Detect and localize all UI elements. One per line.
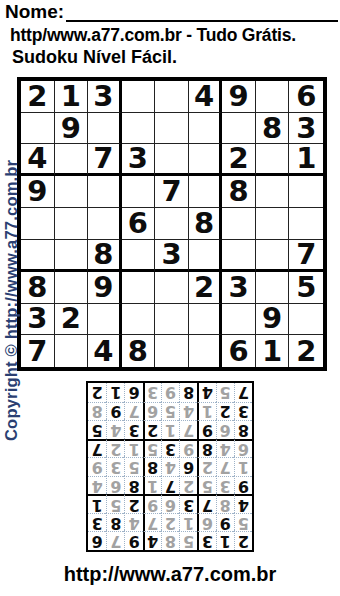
main-grid-cell: 3 [122,144,156,176]
main-grid-cell[interactable] [55,208,89,240]
main-grid-cell[interactable] [189,176,223,208]
solution-grid-cell: 8 [143,457,161,476]
solution-grid-cell: 6 [124,383,142,402]
main-grid-cell[interactable] [155,208,189,240]
main-grid-cell[interactable] [88,176,122,208]
solution-grid-cell: 3 [197,531,215,550]
solution-grid-cell: 2 [124,494,142,513]
main-grid-cell: 2 [289,335,323,367]
solution-grid-cell: 1 [143,476,161,495]
main-grid-cell[interactable] [122,304,156,336]
solution-grid-cell: 4 [143,531,161,550]
main-grid-cell: 5 [289,272,323,304]
main-grid-cell: 8 [21,272,55,304]
main-grid-cell: 8 [256,113,290,145]
main-grid-cell[interactable] [155,335,189,367]
solution-grid-cell: 6 [216,420,234,439]
solution-grid-cell: 3 [234,402,252,421]
solution-grid-cell: 2 [106,439,124,458]
main-grid-cell: 4 [21,144,55,176]
main-grid-cell[interactable] [155,81,189,113]
solution-grid-cell: 2 [143,420,161,439]
solution-grid-cell: 6 [197,513,215,532]
name-fill-line[interactable] [66,1,338,22]
solution-grid-cell: 7 [197,494,215,513]
solution-grid-cell: 3 [179,494,197,513]
solution-grid-cell: 8 [106,513,124,532]
main-grid-cell: 2 [55,304,89,336]
solution-grid-cell: 3 [106,457,124,476]
main-grid-cell[interactable] [55,144,89,176]
main-grid-cell[interactable] [21,208,55,240]
main-grid-cell[interactable] [256,81,290,113]
solution-grid-cell: 1 [124,439,142,458]
solution-grid-cell: 9 [88,457,106,476]
solution-grid-cell: 6 [179,457,197,476]
solution-grid-cell: 2 [197,457,215,476]
main-grid-cell[interactable] [222,208,256,240]
solution-grid-cell: 8 [216,494,234,513]
main-grid-cell: 7 [21,335,55,367]
solution-grid-cell: 8 [234,420,252,439]
main-grid-cell: 4 [88,335,122,367]
solution-grid-cell: 3 [143,383,161,402]
solution-grid-cell: 6 [106,476,124,495]
puzzle-title: Sudoku Nível Fácil. [12,47,177,68]
site-tagline: http/www.a77.com.br - Tudo Grátis. [10,25,296,46]
solution-grid-cell: 8 [197,439,215,458]
solution-grid-cell: 1 [216,531,234,550]
main-grid-cell[interactable] [21,113,55,145]
main-grid-cell[interactable] [55,335,89,367]
solution-grid-cell: 2 [179,476,197,495]
main-grid-cell[interactable] [122,81,156,113]
main-grid-cell: 9 [21,176,55,208]
main-grid-cell: 3 [155,240,189,272]
solution-grid-cell: 2 [88,383,106,402]
main-grid-cell: 3 [222,272,256,304]
solution-grid-cell: 6 [161,494,179,513]
main-grid-cell[interactable] [155,304,189,336]
solution-grid-cell: 4 [88,476,106,495]
main-grid-cell: 1 [55,81,89,113]
solution-grid-cell: 9 [234,476,252,495]
solution-grid-cell: 7 [143,513,161,532]
solution-grid-cell: 9 [216,513,234,532]
main-grid-cell: 6 [122,208,156,240]
main-grid-cell[interactable] [88,113,122,145]
main-grid-cell: 6 [289,81,323,113]
solution-grid-cell: 5 [143,439,161,458]
solution-grid-cell: 7 [234,383,252,402]
solution-grid-cell: 9 [197,420,215,439]
main-grid-cell: 2 [189,272,223,304]
main-grid-cell[interactable] [256,240,290,272]
main-grid-cell[interactable] [256,208,290,240]
main-grid-cell: 3 [88,81,122,113]
main-grid-cell[interactable] [21,240,55,272]
main-grid-cell[interactable] [55,176,89,208]
main-grid-cell: 8 [122,335,156,367]
main-grid-cell: 1 [256,335,290,367]
solution-grid-cell: 9 [106,402,124,421]
solution-grid-cell: 4 [161,457,179,476]
main-grid-cell[interactable] [55,272,89,304]
solution-grid-cell: 7 [124,402,142,421]
solution-grid-cell: 5 [179,531,197,550]
solution-grid-upside-down: 2135849765961274834873692519352718641726… [86,381,254,552]
printable-sudoku-page: Nome: http/www.a77.com.br - Tudo Grátis.… [0,0,340,596]
main-sudoku-grid: 213496983473219786883789235329748612 [17,77,327,371]
main-grid-cell: 9 [88,272,122,304]
solution-grid-cell: 5 [216,383,234,402]
solution-grid-cell: 2 [216,402,234,421]
solution-grid-cell: 4 [179,402,197,421]
solution-grid-cell: 4 [197,383,215,402]
solution-grid-cell: 6 [234,439,252,458]
main-grid-cell: 4 [189,81,223,113]
solution-grid-cell: 4 [234,494,252,513]
solution-grid-cell: 4 [216,439,234,458]
main-grid-cell: 2 [21,81,55,113]
solution-grid-cell: 2 [234,531,252,550]
solution-grid-cell: 5 [124,457,142,476]
main-grid-cell[interactable] [289,176,323,208]
copyright-vertical-text: Copyright © http://www.a77.com.br [2,80,20,441]
main-grid-cell: 8 [88,240,122,272]
solution-grid-cell: 7 [88,439,106,458]
main-grid-cell: 9 [256,304,290,336]
solution-grid-cell: 5 [197,476,215,495]
name-label: Nome: [5,1,64,22]
solution-grid-cell: 8 [179,383,197,402]
solution-grid-cell: 1 [234,457,252,476]
main-grid-cell: 3 [21,304,55,336]
solution-grid-cell: 1 [161,420,179,439]
solution-grid-cell: 7 [179,420,197,439]
solution-grid-cell: 3 [88,513,106,532]
main-grid-cell: 7 [155,176,189,208]
main-grid-cell[interactable] [189,144,223,176]
main-grid-cell[interactable] [289,208,323,240]
solution-grid-cell: 1 [197,402,215,421]
main-grid-cell[interactable] [122,240,156,272]
solution-grid-cell: 9 [179,439,197,458]
solution-grid-cell: 7 [216,457,234,476]
solution-grid-cell: 6 [88,531,106,550]
main-grid-cell: 7 [88,144,122,176]
main-grid-cell[interactable] [189,335,223,367]
main-grid-cell: 1 [289,144,323,176]
main-grid-cell[interactable] [189,240,223,272]
solution-grid-cell: 4 [124,513,142,532]
main-grid-cell[interactable] [55,240,89,272]
solution-grid-cell: 5 [88,420,106,439]
main-grid-cell[interactable] [189,113,223,145]
main-grid-cell: 6 [222,335,256,367]
solution-grid-cell: 7 [106,531,124,550]
solution-grid-cell: 5 [234,513,252,532]
main-grid-cell[interactable] [122,176,156,208]
solution-grid-cell: 3 [216,476,234,495]
main-grid-cell: 8 [222,176,256,208]
main-grid-cell: 3 [289,113,323,145]
main-grid-cell[interactable] [88,304,122,336]
main-grid-cell: 9 [222,81,256,113]
solution-grid-cell: 6 [143,402,161,421]
main-grid-cell[interactable] [256,272,290,304]
main-grid-cell: 9 [55,113,89,145]
main-grid-cell[interactable] [155,272,189,304]
solution-grid-cell: 9 [143,494,161,513]
solution-grid-cell: 7 [161,476,179,495]
solution-grid-cell: 8 [124,476,142,495]
main-grid-cell[interactable] [88,208,122,240]
name-row: Nome: [5,1,338,22]
footer-url: http://www.a77.com.br [0,563,340,586]
solution-grid-cell: 1 [106,383,124,402]
solution-grid-cell: 1 [88,494,106,513]
main-grid-cell: 7 [289,240,323,272]
main-grid-cell[interactable] [222,240,256,272]
solution-grid-cell: 8 [88,402,106,421]
solution-grid-cell: 2 [161,513,179,532]
main-grid-cell: 2 [222,144,256,176]
solution-grid-cell: 8 [161,531,179,550]
main-grid-cell[interactable] [222,113,256,145]
main-grid-cell[interactable] [155,113,189,145]
solution-grid-cell: 9 [161,383,179,402]
solution-grid-cell: 3 [161,439,179,458]
main-grid-cell[interactable] [155,144,189,176]
main-grid-cell[interactable] [122,113,156,145]
main-grid-cell[interactable] [122,272,156,304]
main-grid-cell: 8 [189,208,223,240]
solution-grid-cell: 5 [106,494,124,513]
main-grid-cell[interactable] [256,176,290,208]
solution-grid-cell: 5 [161,402,179,421]
solution-grid-cell: 3 [124,420,142,439]
solution-grid-cell: 9 [124,531,142,550]
main-grid-cell[interactable] [256,144,290,176]
main-grid-cell[interactable] [189,304,223,336]
solution-grid-cell: 4 [106,420,124,439]
main-grid-cell[interactable] [222,304,256,336]
solution-grid-cell: 1 [179,513,197,532]
main-grid-cell[interactable] [289,304,323,336]
